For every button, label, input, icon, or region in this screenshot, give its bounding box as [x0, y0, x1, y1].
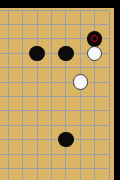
go-app-screen: [0, 0, 120, 180]
black-stone: [87, 31, 102, 46]
last-move-marker-icon: [91, 35, 98, 42]
black-stone: [58, 132, 73, 147]
grid-line-horizontal: [0, 168, 110, 169]
grid-line-horizontal: [0, 110, 110, 111]
black-stone: [58, 46, 73, 61]
grid-line-horizontal: [0, 67, 110, 68]
grid-line-horizontal: [0, 10, 110, 11]
white-stone: [73, 74, 88, 89]
black-stone: [29, 46, 44, 61]
grid-line-horizontal: [0, 154, 110, 155]
grid-line-horizontal: [0, 139, 110, 140]
grid-line-horizontal: [0, 24, 110, 25]
grid-line-horizontal: [0, 82, 110, 83]
grid-line-horizontal: [0, 96, 110, 97]
grid-line-horizontal: [0, 125, 110, 126]
